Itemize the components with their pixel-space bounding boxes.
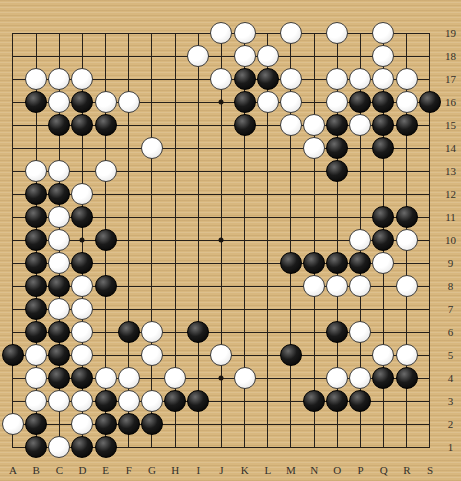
intersection-C2[interactable] (48, 413, 71, 436)
intersection-G6[interactable] (140, 321, 163, 344)
intersection-F4[interactable] (117, 367, 140, 390)
intersection-P4[interactable] (349, 367, 372, 390)
intersection-D1[interactable] (71, 436, 94, 459)
intersection-E17[interactable] (94, 68, 117, 91)
intersection-B5[interactable] (25, 344, 48, 367)
intersection-I10[interactable] (187, 229, 210, 252)
intersection-R5[interactable] (395, 344, 418, 367)
intersection-E4[interactable] (94, 367, 117, 390)
intersection-S7[interactable] (418, 298, 441, 321)
intersection-B6[interactable] (25, 321, 48, 344)
intersection-G2[interactable] (140, 413, 163, 436)
intersection-B8[interactable] (25, 275, 48, 298)
intersection-I12[interactable] (187, 183, 210, 206)
intersection-L10[interactable] (256, 229, 279, 252)
intersection-J17[interactable] (210, 68, 233, 91)
intersection-L16[interactable] (256, 91, 279, 114)
intersection-Q18[interactable] (372, 45, 395, 68)
intersection-A19[interactable] (1, 22, 24, 45)
intersection-Q10[interactable] (372, 229, 395, 252)
intersection-N5[interactable] (302, 344, 325, 367)
intersection-H8[interactable] (163, 275, 186, 298)
intersection-M18[interactable] (279, 45, 302, 68)
intersection-R16[interactable] (395, 91, 418, 114)
intersection-A10[interactable] (1, 229, 24, 252)
intersection-F3[interactable] (117, 390, 140, 413)
intersection-L3[interactable] (256, 390, 279, 413)
intersection-R4[interactable] (395, 367, 418, 390)
intersection-S18[interactable] (418, 45, 441, 68)
intersection-I3[interactable] (187, 390, 210, 413)
intersection-F9[interactable] (117, 252, 140, 275)
intersection-H16[interactable] (163, 91, 186, 114)
intersection-K8[interactable] (233, 275, 256, 298)
intersection-C19[interactable] (48, 22, 71, 45)
intersection-P18[interactable] (349, 45, 372, 68)
intersection-B4[interactable] (25, 367, 48, 390)
intersection-L7[interactable] (256, 298, 279, 321)
intersection-O18[interactable] (326, 45, 349, 68)
intersection-N18[interactable] (302, 45, 325, 68)
intersection-K9[interactable] (233, 252, 256, 275)
intersection-S10[interactable] (418, 229, 441, 252)
intersection-G11[interactable] (140, 206, 163, 229)
intersection-J7[interactable] (210, 298, 233, 321)
intersection-F19[interactable] (117, 22, 140, 45)
intersection-L2[interactable] (256, 413, 279, 436)
intersection-P2[interactable] (349, 413, 372, 436)
intersection-G14[interactable] (140, 137, 163, 160)
intersection-O1[interactable] (326, 436, 349, 459)
intersection-P12[interactable] (349, 183, 372, 206)
intersection-R12[interactable] (395, 183, 418, 206)
intersection-Q12[interactable] (372, 183, 395, 206)
intersection-E13[interactable] (94, 160, 117, 183)
intersection-P11[interactable] (349, 206, 372, 229)
intersection-D17[interactable] (71, 68, 94, 91)
intersection-R14[interactable] (395, 137, 418, 160)
intersection-C14[interactable] (48, 137, 71, 160)
intersection-D2[interactable] (71, 413, 94, 436)
intersection-H14[interactable] (163, 137, 186, 160)
intersection-H10[interactable] (163, 229, 186, 252)
intersection-B12[interactable] (25, 183, 48, 206)
intersection-E18[interactable] (94, 45, 117, 68)
intersection-N7[interactable] (302, 298, 325, 321)
intersection-O12[interactable] (326, 183, 349, 206)
intersection-Q16[interactable] (372, 91, 395, 114)
intersection-L8[interactable] (256, 275, 279, 298)
intersection-D11[interactable] (71, 206, 94, 229)
intersection-M10[interactable] (279, 229, 302, 252)
intersection-S15[interactable] (418, 114, 441, 137)
intersection-M16[interactable] (279, 91, 302, 114)
intersection-D14[interactable] (71, 137, 94, 160)
intersection-N14[interactable] (302, 137, 325, 160)
intersection-S11[interactable] (418, 206, 441, 229)
intersection-Q14[interactable] (372, 137, 395, 160)
intersection-H19[interactable] (163, 22, 186, 45)
intersection-C9[interactable] (48, 252, 71, 275)
intersection-J13[interactable] (210, 160, 233, 183)
intersection-O4[interactable] (326, 367, 349, 390)
intersection-P17[interactable] (349, 68, 372, 91)
intersection-S16[interactable] (418, 91, 441, 114)
intersection-N4[interactable] (302, 367, 325, 390)
intersection-K17[interactable] (233, 68, 256, 91)
intersection-Q8[interactable] (372, 275, 395, 298)
intersection-E8[interactable] (94, 275, 117, 298)
intersection-I8[interactable] (187, 275, 210, 298)
intersection-L12[interactable] (256, 183, 279, 206)
intersection-B16[interactable] (25, 91, 48, 114)
intersection-N16[interactable] (302, 91, 325, 114)
intersection-G17[interactable] (140, 68, 163, 91)
intersection-C3[interactable] (48, 390, 71, 413)
intersection-B11[interactable] (25, 206, 48, 229)
intersection-G5[interactable] (140, 344, 163, 367)
intersection-M15[interactable] (279, 114, 302, 137)
intersection-G7[interactable] (140, 298, 163, 321)
intersection-G15[interactable] (140, 114, 163, 137)
intersection-F2[interactable] (117, 413, 140, 436)
intersection-G12[interactable] (140, 183, 163, 206)
intersection-K2[interactable] (233, 413, 256, 436)
intersection-N17[interactable] (302, 68, 325, 91)
intersection-Q11[interactable] (372, 206, 395, 229)
intersection-K15[interactable] (233, 114, 256, 137)
intersection-M7[interactable] (279, 298, 302, 321)
intersection-K18[interactable] (233, 45, 256, 68)
intersection-N9[interactable] (302, 252, 325, 275)
intersection-E1[interactable] (94, 436, 117, 459)
intersection-Q15[interactable] (372, 114, 395, 137)
intersection-G18[interactable] (140, 45, 163, 68)
intersection-R13[interactable] (395, 160, 418, 183)
intersection-R8[interactable] (395, 275, 418, 298)
intersection-S6[interactable] (418, 321, 441, 344)
intersection-F17[interactable] (117, 68, 140, 91)
intersection-R17[interactable] (395, 68, 418, 91)
intersection-N19[interactable] (302, 22, 325, 45)
intersection-I2[interactable] (187, 413, 210, 436)
intersection-L18[interactable] (256, 45, 279, 68)
intersection-G16[interactable] (140, 91, 163, 114)
intersection-C4[interactable] (48, 367, 71, 390)
intersection-E6[interactable] (94, 321, 117, 344)
intersection-A3[interactable] (1, 390, 24, 413)
intersection-I16[interactable] (187, 91, 210, 114)
intersection-E15[interactable] (94, 114, 117, 137)
intersection-J16[interactable] (210, 91, 233, 114)
intersection-B10[interactable] (25, 229, 48, 252)
intersection-F5[interactable] (117, 344, 140, 367)
intersection-K1[interactable] (233, 436, 256, 459)
intersection-B19[interactable] (25, 22, 48, 45)
intersection-N1[interactable] (302, 436, 325, 459)
intersection-I14[interactable] (187, 137, 210, 160)
intersection-B1[interactable] (25, 436, 48, 459)
intersection-S19[interactable] (418, 22, 441, 45)
intersection-B14[interactable] (25, 137, 48, 160)
intersection-H11[interactable] (163, 206, 186, 229)
intersection-G13[interactable] (140, 160, 163, 183)
intersection-S2[interactable] (418, 413, 441, 436)
intersection-N3[interactable] (302, 390, 325, 413)
intersection-S5[interactable] (418, 344, 441, 367)
intersection-N2[interactable] (302, 413, 325, 436)
intersection-H7[interactable] (163, 298, 186, 321)
intersection-L15[interactable] (256, 114, 279, 137)
intersection-H4[interactable] (163, 367, 186, 390)
intersection-C18[interactable] (48, 45, 71, 68)
intersection-C8[interactable] (48, 275, 71, 298)
intersection-F13[interactable] (117, 160, 140, 183)
intersection-A17[interactable] (1, 68, 24, 91)
intersection-A18[interactable] (1, 45, 24, 68)
intersection-A9[interactable] (1, 252, 24, 275)
intersection-A11[interactable] (1, 206, 24, 229)
intersection-H18[interactable] (163, 45, 186, 68)
intersection-Q2[interactable] (372, 413, 395, 436)
intersection-L11[interactable] (256, 206, 279, 229)
intersection-A8[interactable] (1, 275, 24, 298)
intersection-I6[interactable] (187, 321, 210, 344)
intersection-R3[interactable] (395, 390, 418, 413)
intersection-K4[interactable] (233, 367, 256, 390)
intersection-A5[interactable] (1, 344, 24, 367)
intersection-H3[interactable] (163, 390, 186, 413)
intersection-G10[interactable] (140, 229, 163, 252)
intersection-J5[interactable] (210, 344, 233, 367)
intersection-D16[interactable] (71, 91, 94, 114)
intersection-F6[interactable] (117, 321, 140, 344)
intersection-F1[interactable] (117, 436, 140, 459)
intersection-I5[interactable] (187, 344, 210, 367)
intersection-S3[interactable] (418, 390, 441, 413)
intersection-O2[interactable] (326, 413, 349, 436)
intersection-R18[interactable] (395, 45, 418, 68)
intersection-K10[interactable] (233, 229, 256, 252)
intersection-O17[interactable] (326, 68, 349, 91)
intersection-A4[interactable] (1, 367, 24, 390)
intersection-J11[interactable] (210, 206, 233, 229)
intersection-I15[interactable] (187, 114, 210, 137)
intersection-P8[interactable] (349, 275, 372, 298)
intersection-M2[interactable] (279, 413, 302, 436)
intersection-A14[interactable] (1, 137, 24, 160)
intersection-K16[interactable] (233, 91, 256, 114)
intersection-R9[interactable] (395, 252, 418, 275)
intersection-Q17[interactable] (372, 68, 395, 91)
intersection-D4[interactable] (71, 367, 94, 390)
intersection-H15[interactable] (163, 114, 186, 137)
intersection-S14[interactable] (418, 137, 441, 160)
intersection-E7[interactable] (94, 298, 117, 321)
intersection-H12[interactable] (163, 183, 186, 206)
intersection-D13[interactable] (71, 160, 94, 183)
intersection-C1[interactable] (48, 436, 71, 459)
intersection-L5[interactable] (256, 344, 279, 367)
intersection-Q5[interactable] (372, 344, 395, 367)
intersection-R19[interactable] (395, 22, 418, 45)
intersection-D5[interactable] (71, 344, 94, 367)
intersection-O13[interactable] (326, 160, 349, 183)
intersection-F11[interactable] (117, 206, 140, 229)
intersection-F18[interactable] (117, 45, 140, 68)
intersection-J12[interactable] (210, 183, 233, 206)
intersection-H1[interactable] (163, 436, 186, 459)
intersection-F8[interactable] (117, 275, 140, 298)
intersection-P3[interactable] (349, 390, 372, 413)
intersection-D19[interactable] (71, 22, 94, 45)
intersection-O7[interactable] (326, 298, 349, 321)
intersection-Q7[interactable] (372, 298, 395, 321)
intersection-M6[interactable] (279, 321, 302, 344)
intersection-I4[interactable] (187, 367, 210, 390)
intersection-L4[interactable] (256, 367, 279, 390)
intersection-J8[interactable] (210, 275, 233, 298)
intersection-C12[interactable] (48, 183, 71, 206)
intersection-G19[interactable] (140, 22, 163, 45)
intersection-K5[interactable] (233, 344, 256, 367)
intersection-G8[interactable] (140, 275, 163, 298)
intersection-E2[interactable] (94, 413, 117, 436)
intersection-J10[interactable] (210, 229, 233, 252)
intersection-I13[interactable] (187, 160, 210, 183)
intersection-I9[interactable] (187, 252, 210, 275)
intersection-D10[interactable] (71, 229, 94, 252)
intersection-P5[interactable] (349, 344, 372, 367)
intersection-D6[interactable] (71, 321, 94, 344)
intersection-R15[interactable] (395, 114, 418, 137)
intersection-C15[interactable] (48, 114, 71, 137)
intersection-O10[interactable] (326, 229, 349, 252)
intersection-O19[interactable] (326, 22, 349, 45)
intersection-J19[interactable] (210, 22, 233, 45)
intersection-D18[interactable] (71, 45, 94, 68)
intersection-J4[interactable] (210, 367, 233, 390)
intersection-M14[interactable] (279, 137, 302, 160)
intersection-L17[interactable] (256, 68, 279, 91)
intersection-O8[interactable] (326, 275, 349, 298)
intersection-M12[interactable] (279, 183, 302, 206)
intersection-E16[interactable] (94, 91, 117, 114)
intersection-Q3[interactable] (372, 390, 395, 413)
intersection-S8[interactable] (418, 275, 441, 298)
intersection-E19[interactable] (94, 22, 117, 45)
intersection-B9[interactable] (25, 252, 48, 275)
intersection-N12[interactable] (302, 183, 325, 206)
intersection-S1[interactable] (418, 436, 441, 459)
intersection-F10[interactable] (117, 229, 140, 252)
intersection-M13[interactable] (279, 160, 302, 183)
intersection-B7[interactable] (25, 298, 48, 321)
intersection-C10[interactable] (48, 229, 71, 252)
intersection-B3[interactable] (25, 390, 48, 413)
intersection-N11[interactable] (302, 206, 325, 229)
intersection-B2[interactable] (25, 413, 48, 436)
intersection-R1[interactable] (395, 436, 418, 459)
intersection-S17[interactable] (418, 68, 441, 91)
intersection-S13[interactable] (418, 160, 441, 183)
intersection-N15[interactable] (302, 114, 325, 137)
intersection-Q4[interactable] (372, 367, 395, 390)
intersection-K11[interactable] (233, 206, 256, 229)
intersection-J15[interactable] (210, 114, 233, 137)
intersection-E5[interactable] (94, 344, 117, 367)
intersection-O15[interactable] (326, 114, 349, 137)
intersection-P6[interactable] (349, 321, 372, 344)
intersection-A6[interactable] (1, 321, 24, 344)
intersection-E14[interactable] (94, 137, 117, 160)
intersection-B15[interactable] (25, 114, 48, 137)
intersection-E10[interactable] (94, 229, 117, 252)
intersection-D9[interactable] (71, 252, 94, 275)
intersection-J18[interactable] (210, 45, 233, 68)
intersection-O16[interactable] (326, 91, 349, 114)
intersection-F15[interactable] (117, 114, 140, 137)
intersection-E3[interactable] (94, 390, 117, 413)
intersection-N10[interactable] (302, 229, 325, 252)
intersection-R10[interactable] (395, 229, 418, 252)
intersection-H6[interactable] (163, 321, 186, 344)
intersection-O3[interactable] (326, 390, 349, 413)
intersection-D12[interactable] (71, 183, 94, 206)
intersection-M11[interactable] (279, 206, 302, 229)
intersection-J1[interactable] (210, 436, 233, 459)
intersection-Q9[interactable] (372, 252, 395, 275)
intersection-L9[interactable] (256, 252, 279, 275)
intersection-K3[interactable] (233, 390, 256, 413)
intersection-A2[interactable] (1, 413, 24, 436)
intersection-M1[interactable] (279, 436, 302, 459)
intersection-P19[interactable] (349, 22, 372, 45)
intersection-A1[interactable] (1, 436, 24, 459)
intersection-O11[interactable] (326, 206, 349, 229)
intersection-P9[interactable] (349, 252, 372, 275)
intersection-E11[interactable] (94, 206, 117, 229)
intersection-H9[interactable] (163, 252, 186, 275)
intersection-S4[interactable] (418, 367, 441, 390)
intersection-C16[interactable] (48, 91, 71, 114)
intersection-A16[interactable] (1, 91, 24, 114)
intersection-D15[interactable] (71, 114, 94, 137)
intersection-M8[interactable] (279, 275, 302, 298)
intersection-I18[interactable] (187, 45, 210, 68)
intersection-M9[interactable] (279, 252, 302, 275)
intersection-K12[interactable] (233, 183, 256, 206)
intersection-G9[interactable] (140, 252, 163, 275)
intersection-L6[interactable] (256, 321, 279, 344)
intersection-G1[interactable] (140, 436, 163, 459)
intersection-P13[interactable] (349, 160, 372, 183)
intersection-L14[interactable] (256, 137, 279, 160)
intersection-E12[interactable] (94, 183, 117, 206)
intersection-G3[interactable] (140, 390, 163, 413)
intersection-N8[interactable] (302, 275, 325, 298)
intersection-F7[interactable] (117, 298, 140, 321)
intersection-P16[interactable] (349, 91, 372, 114)
intersection-J2[interactable] (210, 413, 233, 436)
intersection-Q13[interactable] (372, 160, 395, 183)
intersection-B13[interactable] (25, 160, 48, 183)
intersection-E9[interactable] (94, 252, 117, 275)
intersection-P10[interactable] (349, 229, 372, 252)
intersection-G4[interactable] (140, 367, 163, 390)
intersection-P14[interactable] (349, 137, 372, 160)
intersection-H17[interactable] (163, 68, 186, 91)
